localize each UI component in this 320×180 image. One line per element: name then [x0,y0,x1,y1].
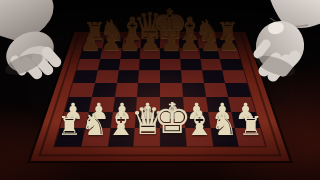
white-rook-h1[interactable]: ♜ [239,113,262,139]
black-pawn-f7[interactable]: ♟ [179,31,200,55]
black-pawn-h7[interactable]: ♟ [218,31,239,55]
black-pawn-c7[interactable]: ♟ [119,31,140,55]
chess-scene: ♜♞♝♛♚♝♞♜♟♟♟♟♟♟♟♟♟♟♟♟♟♟♟♟♜♞♝♛♚♝♞♜ [0,0,320,180]
white-rook-a1[interactable]: ♜ [58,113,81,139]
black-pawn-d7[interactable]: ♟ [139,31,160,55]
white-knight-b1[interactable]: ♞ [81,110,108,140]
white-knight-g1[interactable]: ♞ [211,110,238,140]
black-pawn-a7[interactable]: ♟ [80,31,101,55]
pieces-layer: ♜♞♝♛♚♝♞♜♟♟♟♟♟♟♟♟♟♟♟♟♟♟♟♟♜♞♝♛♚♝♞♜ [0,0,320,180]
